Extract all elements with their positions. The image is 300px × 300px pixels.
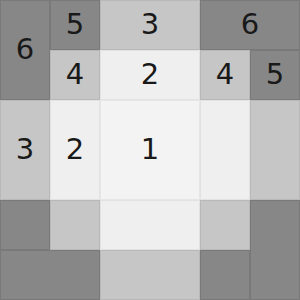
cell-number: 6 [241, 10, 259, 39]
cell-r2c4[interactable]: 4 [200, 50, 250, 100]
cell-number: 4 [216, 60, 234, 89]
cell-r2c5[interactable]: 5 [250, 50, 300, 100]
cell-r4c2[interactable] [50, 200, 100, 250]
cell-number: 4 [66, 60, 84, 89]
cell-r2c2[interactable]: 4 [50, 50, 100, 100]
cell-number: 3 [16, 135, 34, 164]
cell-r1c1[interactable]: 6 [0, 0, 50, 100]
cell-r4c1[interactable] [0, 200, 50, 250]
cell-number: 5 [66, 10, 84, 39]
cell-r5c4[interactable] [200, 250, 250, 300]
cell-number: 1 [141, 135, 159, 164]
cell-r4c5[interactable] [250, 200, 300, 300]
cell-r3c1[interactable]: 3 [0, 100, 50, 200]
cell-r4c3[interactable] [100, 200, 200, 250]
puzzle-board: 65364245321 [0, 0, 300, 300]
cell-r1c2[interactable]: 5 [50, 0, 100, 50]
cell-r1c3[interactable]: 3 [100, 0, 200, 50]
cell-r3c2[interactable]: 2 [50, 100, 100, 200]
cell-number: 6 [16, 35, 34, 64]
cell-r3c4[interactable] [200, 100, 250, 200]
cell-r3c5[interactable] [250, 100, 300, 200]
cell-r4c4[interactable] [200, 200, 250, 250]
cell-number: 2 [141, 60, 159, 89]
cell-r5c1[interactable] [0, 250, 100, 300]
cell-r1c4[interactable]: 6 [200, 0, 300, 50]
cell-number: 5 [266, 60, 284, 89]
cell-r5c3[interactable] [100, 250, 200, 300]
cell-number: 2 [66, 135, 84, 164]
cell-number: 3 [141, 10, 159, 39]
cell-r3c3[interactable]: 1 [100, 100, 200, 200]
cell-r2c3[interactable]: 2 [100, 50, 200, 100]
